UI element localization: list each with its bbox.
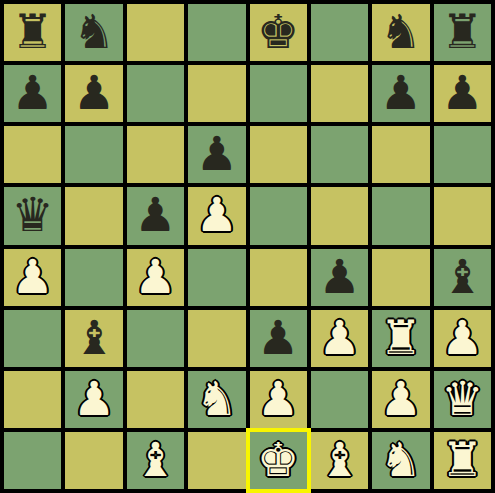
square-b5[interactable] [65,187,122,244]
square-d5[interactable]: ♟ [188,187,245,244]
square-c5[interactable]: ♟ [127,187,184,244]
square-g4[interactable] [372,249,429,306]
square-h6[interactable] [434,126,491,183]
square-e3[interactable]: ♟ [250,310,307,367]
black-knight-piece: ♞ [380,8,422,55]
square-d6[interactable]: ♟ [188,126,245,183]
square-b7[interactable]: ♟ [65,65,122,122]
square-b2[interactable]: ♟ [65,371,122,428]
white-pawn-piece: ♟ [380,375,422,422]
black-rook-piece: ♜ [441,8,483,55]
white-pawn-piece: ♟ [12,253,54,300]
square-h1[interactable]: ♜ [434,432,491,489]
square-d7[interactable] [188,65,245,122]
black-queen-piece: ♛ [12,191,54,238]
white-rook-piece: ♜ [441,436,483,483]
square-e4[interactable] [250,249,307,306]
square-g5[interactable] [372,187,429,244]
white-bishop-piece: ♝ [134,436,176,483]
white-knight-piece: ♞ [196,375,238,422]
square-h5[interactable] [434,187,491,244]
square-h2[interactable]: ♛ [434,371,491,428]
white-pawn-piece: ♟ [318,314,360,361]
square-h4[interactable]: ♝ [434,249,491,306]
square-d8[interactable] [188,4,245,61]
square-c6[interactable] [127,126,184,183]
square-e1[interactable]: ♚ [250,432,307,489]
square-g2[interactable]: ♟ [372,371,429,428]
square-c4[interactable]: ♟ [127,249,184,306]
square-f3[interactable]: ♟ [311,310,368,367]
white-king-piece: ♚ [257,436,299,483]
square-a1[interactable] [4,432,61,489]
square-a6[interactable] [4,126,61,183]
square-a7[interactable]: ♟ [4,65,61,122]
square-a8[interactable]: ♜ [4,4,61,61]
square-c3[interactable] [127,310,184,367]
square-b1[interactable] [65,432,122,489]
black-pawn-piece: ♟ [196,130,238,177]
white-pawn-piece: ♟ [257,375,299,422]
square-f6[interactable] [311,126,368,183]
square-b6[interactable] [65,126,122,183]
square-a5[interactable]: ♛ [4,187,61,244]
black-king-piece: ♚ [257,8,299,55]
square-e8[interactable]: ♚ [250,4,307,61]
chess-board-frame: ♜♞♚♞♜♟♟♟♟♟♛♟♟♟♟♟♝♝♟♟♜♟♟♞♟♟♛♝♚♝♞♜ [0,0,495,493]
square-d2[interactable]: ♞ [188,371,245,428]
square-c8[interactable] [127,4,184,61]
square-c7[interactable] [127,65,184,122]
square-e2[interactable]: ♟ [250,371,307,428]
black-bishop-piece: ♝ [73,314,115,361]
square-b4[interactable] [65,249,122,306]
chess-board: ♜♞♚♞♜♟♟♟♟♟♛♟♟♟♟♟♝♝♟♟♜♟♟♞♟♟♛♝♚♝♞♜ [4,4,491,489]
white-pawn-piece: ♟ [196,191,238,238]
square-d3[interactable] [188,310,245,367]
black-pawn-piece: ♟ [441,69,483,116]
square-c1[interactable]: ♝ [127,432,184,489]
square-a2[interactable] [4,371,61,428]
black-pawn-piece: ♟ [12,69,54,116]
square-f8[interactable] [311,4,368,61]
square-f7[interactable] [311,65,368,122]
black-pawn-piece: ♟ [134,191,176,238]
square-e5[interactable] [250,187,307,244]
square-b3[interactable]: ♝ [65,310,122,367]
black-pawn-piece: ♟ [73,69,115,116]
black-rook-piece: ♜ [12,8,54,55]
white-pawn-piece: ♟ [441,314,483,361]
square-c2[interactable] [127,371,184,428]
square-g1[interactable]: ♞ [372,432,429,489]
square-e6[interactable] [250,126,307,183]
square-e7[interactable] [250,65,307,122]
square-g3[interactable]: ♜ [372,310,429,367]
square-b8[interactable]: ♞ [65,4,122,61]
white-queen-piece: ♛ [441,375,483,422]
square-h7[interactable]: ♟ [434,65,491,122]
white-knight-piece: ♞ [380,436,422,483]
square-d1[interactable] [188,432,245,489]
square-g6[interactable] [372,126,429,183]
square-a3[interactable] [4,310,61,367]
white-pawn-piece: ♟ [73,375,115,422]
square-d4[interactable] [188,249,245,306]
square-g7[interactable]: ♟ [372,65,429,122]
black-knight-piece: ♞ [73,8,115,55]
white-rook-piece: ♜ [380,314,422,361]
black-bishop-piece: ♝ [441,253,483,300]
white-bishop-piece: ♝ [318,436,360,483]
square-g8[interactable]: ♞ [372,4,429,61]
black-pawn-piece: ♟ [257,314,299,361]
square-h8[interactable]: ♜ [434,4,491,61]
white-pawn-piece: ♟ [134,253,176,300]
black-pawn-piece: ♟ [318,253,360,300]
square-a4[interactable]: ♟ [4,249,61,306]
square-h3[interactable]: ♟ [434,310,491,367]
square-f2[interactable] [311,371,368,428]
square-f4[interactable]: ♟ [311,249,368,306]
square-f5[interactable] [311,187,368,244]
black-pawn-piece: ♟ [380,69,422,116]
square-f1[interactable]: ♝ [311,432,368,489]
